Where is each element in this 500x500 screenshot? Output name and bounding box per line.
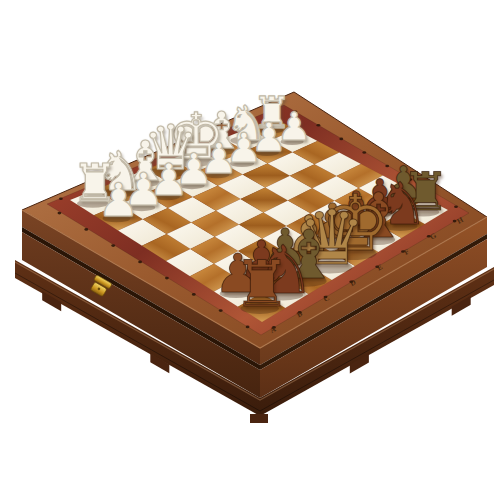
chess-set-photo: ABCDEFGH ♜♞♝♛♚♝♞♜♟♟♟♟♟♟♟♟♟♟♟♟♟♟♟♟♜♞♝♛♚♝♞… <box>0 0 500 500</box>
pieces-layer: ♜♞♝♛♚♝♞♜♟♟♟♟♟♟♟♟♟♟♟♟♟♟♟♟♜♞♝♛♚♝♞♜ <box>0 0 500 500</box>
piece-black-rook-a8[interactable]: ♜ <box>233 253 290 317</box>
piece-white-pawn-a2[interactable]: ♟ <box>98 178 140 224</box>
